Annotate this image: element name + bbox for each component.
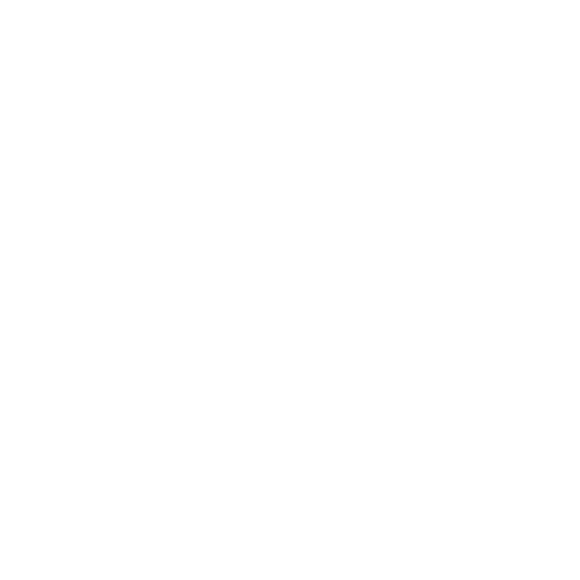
- go-board-screen: [0, 0, 580, 580]
- go-board[interactable]: [0, 0, 530, 530]
